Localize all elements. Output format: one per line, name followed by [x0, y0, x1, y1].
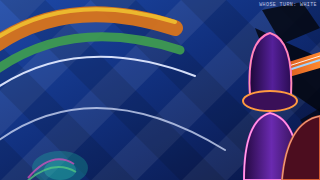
game-screen: WHOSE TURN: WHITE: [0, 0, 320, 180]
turn-indicator: WHOSE TURN: WHITE: [259, 2, 317, 8]
chess-board: [70, 0, 250, 180]
